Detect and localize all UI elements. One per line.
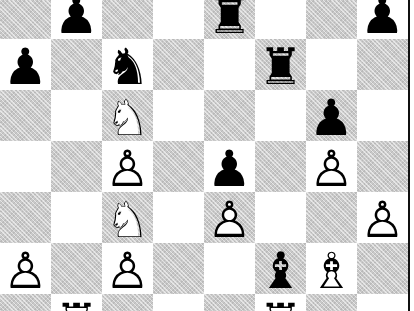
square-d7[interactable]: [153, 0, 204, 39]
piece-black-pawn-e4: ♟: [204, 141, 255, 192]
square-e2[interactable]: [204, 243, 255, 294]
square-g4[interactable]: ♟♙: [306, 141, 357, 192]
black-piece-glyph: ♜: [255, 41, 306, 92]
square-g1[interactable]: [306, 294, 357, 311]
square-e1[interactable]: [204, 294, 255, 311]
black-piece-glyph: ♝: [255, 245, 306, 296]
black-piece-glyph: ♟: [0, 41, 51, 92]
piece-white-bishop-g2: ♝♗: [306, 243, 357, 294]
square-c1[interactable]: [102, 294, 153, 311]
square-b6[interactable]: [51, 39, 102, 90]
square-b1[interactable]: ♜♖: [51, 294, 102, 311]
square-a7[interactable]: [0, 0, 51, 39]
square-h7[interactable]: ♟: [357, 0, 408, 39]
piece-white-pawn-h3: ♟♙: [357, 192, 408, 243]
square-g5[interactable]: ♟: [306, 90, 357, 141]
piece-black-rook-e7: ♜: [204, 0, 255, 39]
square-d1[interactable]: [153, 294, 204, 311]
square-h3[interactable]: ♟♙: [357, 192, 408, 243]
chess-diagram: ♟♜♟♟♞♜♞♘♟♟♙♟♟♙♞♘♟♙♟♙♟♙♟♙♝♝♗♜♖♜♖: [0, 0, 414, 311]
square-d3[interactable]: [153, 192, 204, 243]
piece-white-knight-c3: ♞♘: [102, 192, 153, 243]
square-c4[interactable]: ♟♙: [102, 141, 153, 192]
square-d4[interactable]: [153, 141, 204, 192]
square-a1[interactable]: [0, 294, 51, 311]
white-piece-outline-glyph: ♙: [204, 194, 255, 245]
black-piece-glyph: ♟: [204, 143, 255, 194]
square-f4[interactable]: [255, 141, 306, 192]
piece-white-pawn-g4: ♟♙: [306, 141, 357, 192]
piece-white-pawn-e3: ♟♙: [204, 192, 255, 243]
piece-black-pawn-g5: ♟: [306, 90, 357, 141]
square-b3[interactable]: [51, 192, 102, 243]
square-a4[interactable]: [0, 141, 51, 192]
square-h2[interactable]: [357, 243, 408, 294]
square-h5[interactable]: [357, 90, 408, 141]
piece-white-pawn-c4: ♟♙: [102, 141, 153, 192]
square-b2[interactable]: [51, 243, 102, 294]
black-piece-glyph: ♟: [357, 0, 408, 41]
white-piece-outline-glyph: ♙: [357, 194, 408, 245]
piece-black-pawn-h7: ♟: [357, 0, 408, 39]
chess-board: ♟♜♟♟♞♜♞♘♟♟♙♟♟♙♞♘♟♙♟♙♟♙♟♙♝♝♗♜♖♜♖: [0, 0, 410, 311]
square-f2[interactable]: ♝: [255, 243, 306, 294]
square-c2[interactable]: ♟♙: [102, 243, 153, 294]
square-e4[interactable]: ♟: [204, 141, 255, 192]
square-h1[interactable]: [357, 294, 408, 311]
square-g2[interactable]: ♝♗: [306, 243, 357, 294]
white-piece-outline-glyph: ♗: [306, 245, 357, 296]
square-g6[interactable]: [306, 39, 357, 90]
square-h6[interactable]: [357, 39, 408, 90]
square-e3[interactable]: ♟♙: [204, 192, 255, 243]
black-piece-glyph: ♟: [306, 92, 357, 143]
black-piece-glyph: ♟: [51, 0, 102, 41]
piece-white-rook-f1: ♜♖: [255, 294, 306, 311]
square-g3[interactable]: [306, 192, 357, 243]
square-g7[interactable]: [306, 0, 357, 39]
square-f7[interactable]: [255, 0, 306, 39]
piece-black-knight-c6: ♞: [102, 39, 153, 90]
white-piece-outline-glyph: ♙: [102, 143, 153, 194]
square-e6[interactable]: [204, 39, 255, 90]
square-b7[interactable]: ♟: [51, 0, 102, 39]
square-c6[interactable]: ♞: [102, 39, 153, 90]
white-piece-outline-glyph: ♙: [102, 245, 153, 296]
square-d6[interactable]: [153, 39, 204, 90]
piece-black-pawn-b7: ♟: [51, 0, 102, 39]
white-piece-outline-glyph: ♙: [306, 143, 357, 194]
square-b5[interactable]: [51, 90, 102, 141]
square-h4[interactable]: [357, 141, 408, 192]
white-piece-outline-glyph: ♙: [0, 245, 51, 296]
piece-white-rook-b1: ♜♖: [51, 294, 102, 311]
square-a6[interactable]: ♟: [0, 39, 51, 90]
square-b4[interactable]: [51, 141, 102, 192]
square-c7[interactable]: [102, 0, 153, 39]
piece-black-pawn-a6: ♟: [0, 39, 51, 90]
square-f6[interactable]: ♜: [255, 39, 306, 90]
white-piece-outline-glyph: ♘: [102, 194, 153, 245]
square-d2[interactable]: [153, 243, 204, 294]
square-c5[interactable]: ♞♘: [102, 90, 153, 141]
black-piece-glyph: ♜: [204, 0, 255, 41]
white-piece-outline-glyph: ♖: [51, 296, 102, 311]
square-f5[interactable]: [255, 90, 306, 141]
black-piece-glyph: ♞: [102, 41, 153, 92]
piece-black-rook-f6: ♜: [255, 39, 306, 90]
white-piece-outline-glyph: ♖: [255, 296, 306, 311]
piece-white-pawn-a2: ♟♙: [0, 243, 51, 294]
square-e5[interactable]: [204, 90, 255, 141]
square-d5[interactable]: [153, 90, 204, 141]
piece-black-bishop-f2: ♝: [255, 243, 306, 294]
square-a3[interactable]: [0, 192, 51, 243]
piece-white-pawn-c2: ♟♙: [102, 243, 153, 294]
square-a5[interactable]: [0, 90, 51, 141]
white-piece-outline-glyph: ♘: [102, 92, 153, 143]
square-e7[interactable]: ♜: [204, 0, 255, 39]
piece-white-knight-c5: ♞♘: [102, 90, 153, 141]
square-a2[interactable]: ♟♙: [0, 243, 51, 294]
square-f1[interactable]: ♜♖: [255, 294, 306, 311]
square-f3[interactable]: [255, 192, 306, 243]
square-c3[interactable]: ♞♘: [102, 192, 153, 243]
